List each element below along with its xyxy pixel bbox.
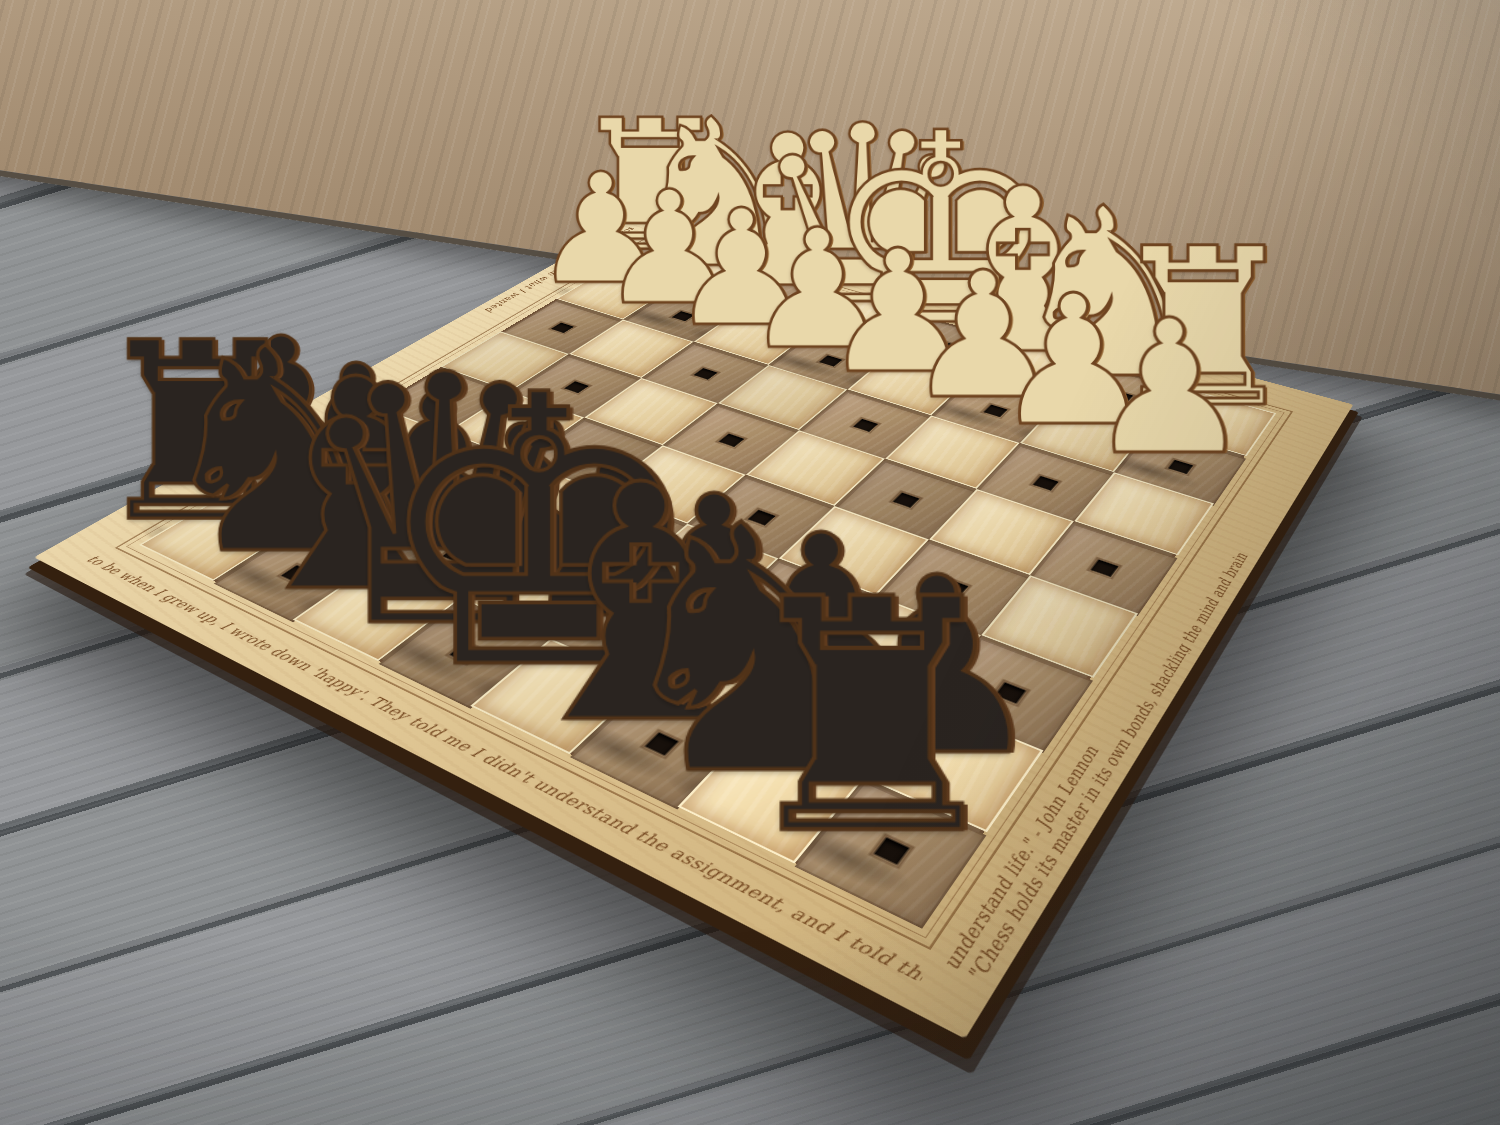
photo-scene: school, they asked me what I wanted to b… [0,0,1500,1125]
vignette [0,0,1500,1125]
